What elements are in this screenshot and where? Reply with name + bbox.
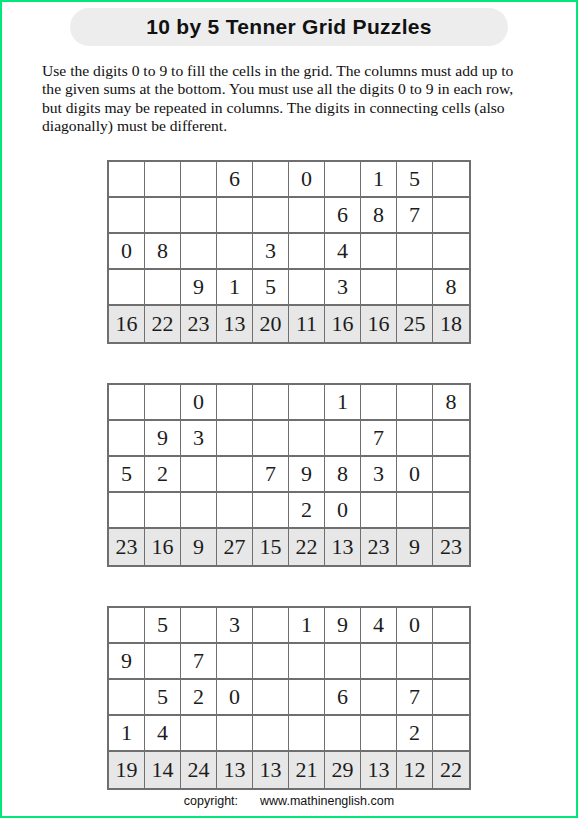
empty-cell[interactable]	[181, 493, 217, 529]
empty-cell[interactable]	[253, 680, 289, 716]
given-digit-cell: 3	[325, 270, 361, 306]
given-digit-cell: 2	[397, 716, 433, 752]
column-sum-cell: 15	[253, 529, 289, 565]
given-digit-cell: 1	[361, 162, 397, 198]
empty-cell[interactable]	[253, 644, 289, 680]
empty-cell[interactable]	[325, 421, 361, 457]
empty-cell[interactable]	[217, 385, 253, 421]
given-digit-cell: 6	[325, 198, 361, 234]
column-sum-cell: 16	[325, 306, 361, 342]
empty-cell[interactable]	[181, 198, 217, 234]
footer: copyright: www.mathinenglish.com	[2, 794, 576, 808]
given-digit-cell: 1	[325, 385, 361, 421]
given-digit-cell: 0	[181, 385, 217, 421]
empty-cell[interactable]	[325, 162, 361, 198]
column-sum-cell: 13	[217, 306, 253, 342]
empty-cell[interactable]	[397, 421, 433, 457]
given-digit-cell: 9	[145, 421, 181, 457]
empty-cell[interactable]	[433, 716, 469, 752]
column-sum-cell: 21	[289, 752, 325, 788]
given-digit-cell: 1	[289, 608, 325, 644]
empty-cell[interactable]	[397, 385, 433, 421]
empty-cell[interactable]	[217, 234, 253, 270]
empty-cell[interactable]	[145, 385, 181, 421]
given-digit-cell: 5	[109, 457, 145, 493]
column-sum-cell: 13	[217, 752, 253, 788]
empty-cell[interactable]	[361, 493, 397, 529]
empty-cell[interactable]	[253, 493, 289, 529]
empty-cell[interactable]	[361, 234, 397, 270]
empty-cell[interactable]	[145, 644, 181, 680]
given-digit-cell: 8	[325, 457, 361, 493]
empty-cell[interactable]	[397, 493, 433, 529]
empty-cell[interactable]	[217, 644, 253, 680]
empty-cell[interactable]	[361, 270, 397, 306]
given-digit-cell: 8	[433, 270, 469, 306]
empty-cell[interactable]	[109, 608, 145, 644]
column-sum-cell: 13	[325, 529, 361, 565]
empty-cell[interactable]	[397, 234, 433, 270]
column-sum-cell: 23	[433, 529, 469, 565]
given-digit-cell: 0	[397, 457, 433, 493]
empty-cell[interactable]	[433, 162, 469, 198]
empty-cell[interactable]	[181, 234, 217, 270]
column-sum-cell: 22	[145, 306, 181, 342]
column-sum-cell: 27	[217, 529, 253, 565]
given-digit-cell: 7	[253, 457, 289, 493]
empty-cell[interactable]	[361, 680, 397, 716]
empty-cell[interactable]	[397, 270, 433, 306]
given-digit-cell: 6	[217, 162, 253, 198]
given-digit-cell: 8	[361, 198, 397, 234]
empty-cell[interactable]	[289, 385, 325, 421]
empty-cell[interactable]	[289, 198, 325, 234]
page-title: 10 by 5 Tenner Grid Puzzles	[146, 15, 431, 39]
given-digit-cell: 0	[217, 680, 253, 716]
given-digit-cell: 9	[181, 270, 217, 306]
given-digit-cell: 7	[181, 644, 217, 680]
instructions-text: Use the digits 0 to 9 to fill the cells …	[42, 62, 552, 136]
empty-cell[interactable]	[361, 385, 397, 421]
given-digit-cell: 2	[145, 457, 181, 493]
given-digit-cell: 0	[325, 493, 361, 529]
empty-cell[interactable]	[109, 680, 145, 716]
empty-cell[interactable]	[145, 270, 181, 306]
empty-cell[interactable]	[289, 270, 325, 306]
empty-cell[interactable]	[289, 644, 325, 680]
empty-cell[interactable]	[361, 644, 397, 680]
empty-cell[interactable]	[325, 644, 361, 680]
column-sum-cell: 25	[397, 306, 433, 342]
empty-cell[interactable]	[253, 608, 289, 644]
empty-cell[interactable]	[181, 716, 217, 752]
column-sum-cell: 23	[109, 529, 145, 565]
empty-cell[interactable]	[181, 457, 217, 493]
empty-cell[interactable]	[217, 716, 253, 752]
empty-cell[interactable]	[109, 162, 145, 198]
empty-cell[interactable]	[433, 457, 469, 493]
given-digit-cell: 1	[109, 716, 145, 752]
empty-cell[interactable]	[145, 162, 181, 198]
column-sum-cell: 23	[181, 306, 217, 342]
column-sum-cell: 19	[109, 752, 145, 788]
tenner-grid-2: 018937527983020231692715221323923	[107, 383, 471, 567]
empty-cell[interactable]	[181, 608, 217, 644]
column-sum-cell: 12	[397, 752, 433, 788]
column-sum-cell: 9	[397, 529, 433, 565]
given-digit-cell: 7	[397, 198, 433, 234]
given-digit-cell: 5	[145, 680, 181, 716]
column-sum-cell: 18	[433, 306, 469, 342]
empty-cell[interactable]	[145, 493, 181, 529]
given-digit-cell: 3	[181, 421, 217, 457]
given-digit-cell: 0	[397, 608, 433, 644]
given-digit-cell: 0	[109, 234, 145, 270]
given-digit-cell: 8	[145, 234, 181, 270]
empty-cell[interactable]	[217, 421, 253, 457]
column-sum-cell: 20	[253, 306, 289, 342]
column-sum-cell: 16	[109, 306, 145, 342]
empty-cell[interactable]	[433, 680, 469, 716]
empty-cell[interactable]	[109, 385, 145, 421]
empty-cell[interactable]	[433, 421, 469, 457]
column-sum-cell: 11	[289, 306, 325, 342]
empty-cell[interactable]	[109, 493, 145, 529]
empty-cell[interactable]	[289, 680, 325, 716]
column-sum-cell: 29	[325, 752, 361, 788]
column-sum-cell: 14	[145, 752, 181, 788]
column-sum-cell: 23	[361, 529, 397, 565]
empty-cell[interactable]	[217, 198, 253, 234]
empty-cell[interactable]	[289, 234, 325, 270]
given-digit-cell: 6	[325, 680, 361, 716]
given-digit-cell: 7	[397, 680, 433, 716]
given-digit-cell: 8	[433, 385, 469, 421]
empty-cell[interactable]	[109, 270, 145, 306]
given-digit-cell: 4	[325, 234, 361, 270]
empty-cell[interactable]	[325, 716, 361, 752]
empty-cell[interactable]	[397, 644, 433, 680]
given-digit-cell: 3	[217, 608, 253, 644]
empty-cell[interactable]	[433, 644, 469, 680]
empty-cell[interactable]	[253, 385, 289, 421]
column-sum-cell: 16	[361, 306, 397, 342]
page-title-bubble: 10 by 5 Tenner Grid Puzzles	[70, 8, 508, 46]
empty-cell[interactable]	[181, 162, 217, 198]
column-sum-cell: 13	[253, 752, 289, 788]
given-digit-cell: 4	[145, 716, 181, 752]
empty-cell[interactable]	[253, 162, 289, 198]
given-digit-cell: 2	[181, 680, 217, 716]
given-digit-cell: 3	[361, 457, 397, 493]
given-digit-cell: 4	[361, 608, 397, 644]
given-digit-cell: 2	[289, 493, 325, 529]
column-sum-cell: 9	[181, 529, 217, 565]
given-digit-cell: 9	[325, 608, 361, 644]
empty-cell[interactable]	[109, 421, 145, 457]
given-digit-cell: 1	[217, 270, 253, 306]
empty-cell[interactable]	[253, 198, 289, 234]
tenner-grid-3: 531940975206714219142413132129131222	[107, 606, 471, 790]
given-digit-cell: 9	[109, 644, 145, 680]
column-sum-cell: 22	[289, 529, 325, 565]
given-digit-cell: 0	[289, 162, 325, 198]
site-url: www.mathinenglish.com	[260, 794, 394, 808]
empty-cell[interactable]	[217, 457, 253, 493]
given-digit-cell: 7	[361, 421, 397, 457]
column-sum-cell: 13	[361, 752, 397, 788]
empty-cell[interactable]	[433, 493, 469, 529]
empty-cell[interactable]	[433, 198, 469, 234]
empty-cell[interactable]	[253, 716, 289, 752]
empty-cell[interactable]	[433, 234, 469, 270]
empty-cell[interactable]	[289, 421, 325, 457]
given-digit-cell: 5	[145, 608, 181, 644]
copyright-label: copyright:	[184, 794, 238, 808]
empty-cell[interactable]	[109, 198, 145, 234]
tenner-grid-1: 601568708349153816222313201116162518	[107, 160, 471, 344]
given-digit-cell: 3	[253, 234, 289, 270]
empty-cell[interactable]	[145, 198, 181, 234]
empty-cell[interactable]	[433, 608, 469, 644]
column-sum-cell: 16	[145, 529, 181, 565]
empty-cell[interactable]	[361, 716, 397, 752]
empty-cell[interactable]	[289, 716, 325, 752]
given-digit-cell: 5	[253, 270, 289, 306]
empty-cell[interactable]	[253, 421, 289, 457]
column-sum-cell: 22	[433, 752, 469, 788]
empty-cell[interactable]	[217, 493, 253, 529]
given-digit-cell: 9	[289, 457, 325, 493]
column-sum-cell: 24	[181, 752, 217, 788]
given-digit-cell: 5	[397, 162, 433, 198]
